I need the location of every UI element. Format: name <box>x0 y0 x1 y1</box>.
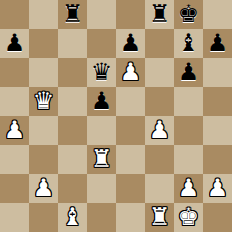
square-b6[interactable] <box>29 58 58 87</box>
square-b3[interactable] <box>29 145 58 174</box>
square-h4[interactable] <box>203 116 232 145</box>
square-b1[interactable] <box>29 203 58 232</box>
square-e6[interactable]: ♟ <box>116 58 145 87</box>
square-d2[interactable] <box>87 174 116 203</box>
white-pawn[interactable]: ♟ <box>4 116 26 145</box>
square-g1[interactable]: ♚ <box>174 203 203 232</box>
white-king[interactable]: ♚ <box>178 203 200 232</box>
black-pawn[interactable]: ♟ <box>4 29 26 58</box>
square-e2[interactable] <box>116 174 145 203</box>
square-b2[interactable]: ♟ <box>29 174 58 203</box>
square-d7[interactable] <box>87 29 116 58</box>
square-g4[interactable] <box>174 116 203 145</box>
square-a2[interactable] <box>0 174 29 203</box>
square-f5[interactable] <box>145 87 174 116</box>
square-h5[interactable] <box>203 87 232 116</box>
white-pawn[interactable]: ♟ <box>120 58 142 87</box>
square-b5[interactable]: ♛ <box>29 87 58 116</box>
square-e5[interactable] <box>116 87 145 116</box>
square-f2[interactable] <box>145 174 174 203</box>
white-pawn[interactable]: ♟ <box>33 174 55 203</box>
square-a1[interactable] <box>0 203 29 232</box>
black-rook[interactable]: ♜ <box>62 0 84 29</box>
square-d4[interactable] <box>87 116 116 145</box>
black-pawn[interactable]: ♟ <box>120 29 142 58</box>
white-pawn[interactable]: ♟ <box>178 174 200 203</box>
square-g6[interactable]: ♟ <box>174 58 203 87</box>
square-c4[interactable] <box>58 116 87 145</box>
square-e7[interactable]: ♟ <box>116 29 145 58</box>
square-f1[interactable]: ♜ <box>145 203 174 232</box>
square-f4[interactable]: ♟ <box>145 116 174 145</box>
square-c3[interactable] <box>58 145 87 174</box>
white-pawn[interactable]: ♟ <box>149 116 171 145</box>
square-h3[interactable] <box>203 145 232 174</box>
square-b4[interactable] <box>29 116 58 145</box>
square-e8[interactable] <box>116 0 145 29</box>
black-pawn[interactable]: ♟ <box>178 58 200 87</box>
square-e3[interactable] <box>116 145 145 174</box>
square-b7[interactable] <box>29 29 58 58</box>
square-d6[interactable]: ♛ <box>87 58 116 87</box>
chess-board: ♜♜♚♟♟♝♟♛♟♟♛♟♟♟♜♟♟♟♝♜♚ <box>0 0 232 232</box>
square-f7[interactable] <box>145 29 174 58</box>
square-a8[interactable] <box>0 0 29 29</box>
black-rook[interactable]: ♜ <box>149 0 171 29</box>
square-d8[interactable] <box>87 0 116 29</box>
square-c7[interactable] <box>58 29 87 58</box>
square-f8[interactable]: ♜ <box>145 0 174 29</box>
square-g2[interactable]: ♟ <box>174 174 203 203</box>
square-g7[interactable]: ♝ <box>174 29 203 58</box>
square-c2[interactable] <box>58 174 87 203</box>
square-h7[interactable]: ♟ <box>203 29 232 58</box>
square-a6[interactable] <box>0 58 29 87</box>
square-a4[interactable]: ♟ <box>0 116 29 145</box>
white-bishop[interactable]: ♝ <box>62 203 84 232</box>
square-h6[interactable] <box>203 58 232 87</box>
black-king[interactable]: ♚ <box>178 0 200 29</box>
square-g8[interactable]: ♚ <box>174 0 203 29</box>
square-c6[interactable] <box>58 58 87 87</box>
square-f6[interactable] <box>145 58 174 87</box>
square-h2[interactable]: ♟ <box>203 174 232 203</box>
black-pawn[interactable]: ♟ <box>91 87 113 116</box>
square-d5[interactable]: ♟ <box>87 87 116 116</box>
square-a3[interactable] <box>0 145 29 174</box>
white-rook[interactable]: ♜ <box>91 145 113 174</box>
square-e1[interactable] <box>116 203 145 232</box>
square-b8[interactable] <box>29 0 58 29</box>
square-a7[interactable]: ♟ <box>0 29 29 58</box>
black-queen[interactable]: ♛ <box>91 58 113 87</box>
square-h1[interactable] <box>203 203 232 232</box>
square-c8[interactable]: ♜ <box>58 0 87 29</box>
white-queen[interactable]: ♛ <box>33 87 55 116</box>
square-d3[interactable]: ♜ <box>87 145 116 174</box>
square-c5[interactable] <box>58 87 87 116</box>
square-g3[interactable] <box>174 145 203 174</box>
black-pawn[interactable]: ♟ <box>207 29 229 58</box>
black-bishop[interactable]: ♝ <box>178 29 200 58</box>
square-f3[interactable] <box>145 145 174 174</box>
square-e4[interactable] <box>116 116 145 145</box>
square-c1[interactable]: ♝ <box>58 203 87 232</box>
square-h8[interactable] <box>203 0 232 29</box>
square-g5[interactable] <box>174 87 203 116</box>
square-d1[interactable] <box>87 203 116 232</box>
white-pawn[interactable]: ♟ <box>207 174 229 203</box>
square-a5[interactable] <box>0 87 29 116</box>
white-rook[interactable]: ♜ <box>149 203 171 232</box>
